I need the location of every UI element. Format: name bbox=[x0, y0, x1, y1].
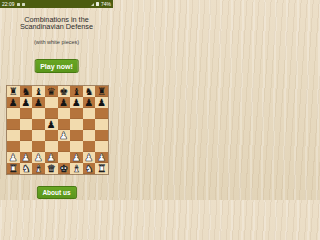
title-line-2: Scandinavian Defense bbox=[0, 23, 113, 30]
board-square: ♛ bbox=[45, 163, 58, 174]
chess-piece-black-pawn: ♟ bbox=[97, 97, 106, 107]
chess-piece-white-pawn: ♟ bbox=[47, 152, 56, 162]
board-square bbox=[95, 141, 108, 152]
board-square: ♜ bbox=[95, 163, 108, 174]
board-square bbox=[32, 141, 45, 152]
chess-piece-black-knight: ♞ bbox=[21, 86, 30, 96]
chess-piece-white-pawn: ♟ bbox=[97, 152, 106, 162]
board-square bbox=[45, 141, 58, 152]
board-square bbox=[83, 130, 96, 141]
board-square: ♞ bbox=[20, 86, 33, 97]
status-bar-right: 74% bbox=[91, 0, 111, 8]
page-title: Combinations in the Scandinavian Defense bbox=[0, 16, 113, 31]
chess-piece-black-pawn: ♟ bbox=[9, 97, 18, 107]
board-square bbox=[32, 130, 45, 141]
board-square: ♟ bbox=[58, 130, 71, 141]
chess-piece-black-pawn: ♟ bbox=[72, 97, 81, 107]
chess-board: ♜♞♝♛♚♝♞♜♟♟♟♟♟♟♟♟♟♟♟♟♟♟♟♟♜♞♝♛♚♝♞♜ bbox=[6, 85, 109, 175]
board-square bbox=[45, 97, 58, 108]
board-square: ♝ bbox=[32, 86, 45, 97]
board-square: ♟ bbox=[20, 97, 33, 108]
chess-piece-white-pawn: ♟ bbox=[59, 130, 68, 140]
board-square bbox=[45, 108, 58, 119]
board-square: ♟ bbox=[95, 97, 108, 108]
chess-piece-black-pawn: ♟ bbox=[34, 97, 43, 107]
board-square bbox=[83, 119, 96, 130]
page-subtitle: (with white pieces) bbox=[0, 39, 113, 45]
board-square bbox=[7, 119, 20, 130]
chess-piece-white-bishop: ♝ bbox=[34, 163, 43, 173]
board-square bbox=[32, 119, 45, 130]
board-square: ♜ bbox=[95, 86, 108, 97]
vibrate-icon bbox=[22, 3, 25, 6]
board-square bbox=[70, 141, 83, 152]
chess-piece-black-king: ♚ bbox=[59, 86, 68, 96]
board-square bbox=[58, 108, 71, 119]
board-square bbox=[20, 141, 33, 152]
chess-piece-black-pawn: ♟ bbox=[47, 119, 56, 129]
board-square: ♟ bbox=[32, 97, 45, 108]
board-square bbox=[83, 141, 96, 152]
board-square bbox=[58, 119, 71, 130]
board-square: ♟ bbox=[70, 97, 83, 108]
chess-piece-white-knight: ♞ bbox=[85, 163, 94, 173]
board-square: ♟ bbox=[95, 152, 108, 163]
board-square: ♟ bbox=[45, 119, 58, 130]
chess-piece-white-bishop: ♝ bbox=[72, 163, 81, 173]
board-square bbox=[20, 119, 33, 130]
board-square: ♝ bbox=[32, 163, 45, 174]
board-square: ♞ bbox=[83, 86, 96, 97]
board-square bbox=[20, 130, 33, 141]
board-square: ♟ bbox=[45, 152, 58, 163]
board-square bbox=[7, 130, 20, 141]
chess-piece-white-pawn: ♟ bbox=[72, 152, 81, 162]
chess-piece-black-rook: ♜ bbox=[9, 86, 18, 96]
chess-piece-black-bishop: ♝ bbox=[72, 86, 81, 96]
status-bar: 22:09 74% bbox=[0, 0, 113, 8]
chess-piece-white-pawn: ♟ bbox=[21, 152, 30, 162]
chess-piece-black-pawn: ♟ bbox=[59, 97, 68, 107]
play-now-button[interactable]: Play now! bbox=[34, 59, 79, 73]
board-square: ♞ bbox=[20, 163, 33, 174]
board-square: ♛ bbox=[45, 86, 58, 97]
board-square: ♟ bbox=[20, 152, 33, 163]
chess-piece-black-pawn: ♟ bbox=[85, 97, 94, 107]
about-us-button[interactable]: About us bbox=[36, 186, 76, 199]
board-square: ♟ bbox=[7, 97, 20, 108]
board-square bbox=[58, 152, 71, 163]
chess-piece-white-knight: ♞ bbox=[21, 163, 30, 173]
board-square bbox=[70, 108, 83, 119]
chess-piece-white-rook: ♜ bbox=[97, 163, 106, 173]
board-square: ♟ bbox=[83, 97, 96, 108]
board-square bbox=[70, 119, 83, 130]
chess-piece-black-rook: ♜ bbox=[97, 86, 106, 96]
chess-piece-white-queen: ♛ bbox=[47, 163, 56, 173]
board-square: ♝ bbox=[70, 163, 83, 174]
notification-icon bbox=[17, 3, 20, 6]
board-square: ♚ bbox=[58, 86, 71, 97]
board-square: ♜ bbox=[7, 86, 20, 97]
board-square: ♝ bbox=[70, 86, 83, 97]
board-square bbox=[32, 108, 45, 119]
board-square: ♞ bbox=[83, 163, 96, 174]
chess-piece-black-bishop: ♝ bbox=[34, 86, 43, 96]
chess-piece-black-knight: ♞ bbox=[85, 86, 94, 96]
chess-piece-black-queen: ♛ bbox=[47, 86, 56, 96]
clock-time: 22:09 bbox=[2, 0, 15, 8]
board-square bbox=[45, 130, 58, 141]
board-square: ♚ bbox=[58, 163, 71, 174]
board-square bbox=[95, 130, 108, 141]
board-square bbox=[95, 119, 108, 130]
chess-piece-white-pawn: ♟ bbox=[34, 152, 43, 162]
board-square bbox=[20, 108, 33, 119]
board-square: ♜ bbox=[7, 163, 20, 174]
board-square: ♟ bbox=[58, 97, 71, 108]
board-square: ♟ bbox=[70, 152, 83, 163]
signal-icon bbox=[91, 3, 94, 6]
board-square bbox=[58, 141, 71, 152]
board-square bbox=[70, 130, 83, 141]
board-square bbox=[83, 108, 96, 119]
board-square: ♟ bbox=[7, 152, 20, 163]
board-square bbox=[95, 108, 108, 119]
chess-piece-white-pawn: ♟ bbox=[9, 152, 18, 162]
chess-piece-black-pawn: ♟ bbox=[21, 97, 30, 107]
board-square bbox=[7, 108, 20, 119]
chess-piece-white-pawn: ♟ bbox=[85, 152, 94, 162]
board-square: ♟ bbox=[83, 152, 96, 163]
status-bar-left: 22:09 bbox=[2, 0, 25, 8]
board-square: ♟ bbox=[32, 152, 45, 163]
battery-percent: 74% bbox=[101, 0, 111, 8]
chess-piece-white-king: ♚ bbox=[59, 163, 68, 173]
board-square bbox=[7, 141, 20, 152]
battery-icon bbox=[96, 2, 99, 6]
chess-piece-white-rook: ♜ bbox=[9, 163, 18, 173]
